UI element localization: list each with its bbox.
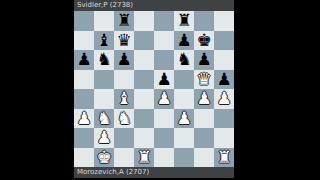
square-d4 [134, 89, 154, 109]
square-d5 [134, 70, 154, 90]
square-d3 [134, 109, 154, 129]
square-g6: ♟ [194, 50, 214, 70]
square-a6: ♟ [74, 50, 94, 70]
player-bottom-label: Morozevich,A (2707) [77, 168, 149, 176]
player-bottom-bar: Morozevich,A (2707) [74, 167, 234, 178]
square-h1: ♜ [214, 148, 234, 168]
square-g4: ♟ [194, 89, 214, 109]
square-g2 [194, 128, 214, 148]
square-b2: ♟ [94, 128, 114, 148]
square-h4: ♟ [214, 89, 234, 109]
square-e7 [154, 31, 174, 51]
square-a8 [74, 11, 94, 31]
white-knight-icon: ♞ [116, 109, 131, 129]
square-c6: ♟ [114, 50, 134, 70]
square-a1 [74, 148, 94, 168]
square-d2 [134, 128, 154, 148]
square-b4 [94, 89, 114, 109]
square-a3: ♟ [74, 109, 94, 129]
black-pawn-icon: ♟ [176, 31, 191, 51]
square-c4: ♝ [114, 89, 134, 109]
square-b6: ♞ [94, 50, 114, 70]
square-e1 [154, 148, 174, 168]
square-a5 [74, 70, 94, 90]
white-rook-icon: ♜ [216, 148, 231, 168]
square-a7 [74, 31, 94, 51]
white-king-icon: ♚ [96, 148, 111, 168]
square-f2 [174, 128, 194, 148]
black-pawn-icon: ♟ [76, 50, 91, 70]
white-pawn-icon: ♟ [156, 89, 171, 109]
square-h5: ♟ [214, 70, 234, 90]
square-d6 [134, 50, 154, 70]
square-g7: ♚ [194, 31, 214, 51]
white-pawn-icon: ♟ [76, 109, 91, 129]
square-h8 [214, 11, 234, 31]
square-f7: ♟ [174, 31, 194, 51]
video-frame: Svidler,P (2738) ♜♜♝♛♟♚♟♞♟♞♟♟♛♟♝♟♟♟♟♞♞♟♟… [0, 0, 320, 180]
square-b5 [94, 70, 114, 90]
black-bishop-icon: ♝ [96, 31, 111, 51]
black-pawn-icon: ♟ [116, 50, 131, 70]
square-c3: ♞ [114, 109, 134, 129]
square-f1 [174, 148, 194, 168]
white-bishop-icon: ♝ [116, 89, 131, 109]
square-a4 [74, 89, 94, 109]
square-e5: ♟ [154, 70, 174, 90]
square-e6 [154, 50, 174, 70]
black-rook-icon: ♜ [176, 11, 191, 31]
square-c8: ♜ [114, 11, 134, 31]
square-h3 [214, 109, 234, 129]
square-d8 [134, 11, 154, 31]
black-rook-icon: ♜ [116, 11, 131, 31]
white-queen-icon: ♛ [196, 70, 211, 90]
square-e4: ♟ [154, 89, 174, 109]
white-pawn-icon: ♟ [96, 128, 111, 148]
square-a2 [74, 128, 94, 148]
square-b1: ♚ [94, 148, 114, 168]
square-g1 [194, 148, 214, 168]
square-h2 [214, 128, 234, 148]
square-c1 [114, 148, 134, 168]
white-pawn-icon: ♟ [176, 109, 191, 129]
square-f5 [174, 70, 194, 90]
black-queen-icon: ♛ [116, 31, 131, 51]
square-c2 [114, 128, 134, 148]
square-h6 [214, 50, 234, 70]
square-f6: ♞ [174, 50, 194, 70]
square-b8 [94, 11, 114, 31]
black-king-icon: ♚ [196, 31, 211, 51]
black-pawn-icon: ♟ [216, 70, 231, 90]
square-f8: ♜ [174, 11, 194, 31]
square-e8 [154, 11, 174, 31]
square-g5: ♛ [194, 70, 214, 90]
square-c5 [114, 70, 134, 90]
square-b3: ♞ [94, 109, 114, 129]
square-c7: ♛ [114, 31, 134, 51]
square-b7: ♝ [94, 31, 114, 51]
square-d1: ♜ [134, 148, 154, 168]
white-pawn-icon: ♟ [216, 89, 231, 109]
square-h7 [214, 31, 234, 51]
black-knight-icon: ♞ [176, 50, 191, 70]
black-knight-icon: ♞ [96, 50, 111, 70]
square-e2 [154, 128, 174, 148]
player-top-label: Svidler,P (2738) [77, 1, 133, 9]
black-pawn-icon: ♟ [156, 70, 171, 90]
white-pawn-icon: ♟ [196, 89, 211, 109]
white-rook-icon: ♜ [136, 148, 151, 168]
black-pawn-icon: ♟ [196, 50, 211, 70]
square-d7 [134, 31, 154, 51]
player-top-bar: Svidler,P (2738) [74, 0, 234, 11]
chess-board: ♜♜♝♛♟♚♟♞♟♞♟♟♛♟♝♟♟♟♟♞♞♟♟♚♜♜ [74, 11, 234, 167]
square-g3 [194, 109, 214, 129]
square-g8 [194, 11, 214, 31]
square-f3: ♟ [174, 109, 194, 129]
square-e3 [154, 109, 174, 129]
white-knight-icon: ♞ [96, 109, 111, 129]
square-f4 [174, 89, 194, 109]
